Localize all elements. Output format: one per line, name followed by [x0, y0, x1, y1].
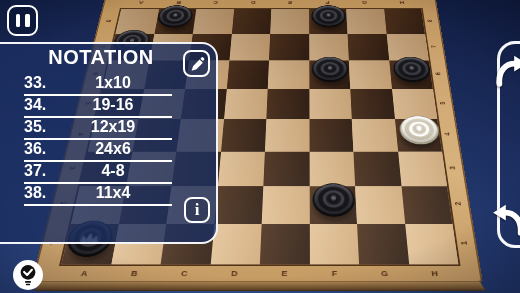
square-e3[interactable]: [263, 151, 309, 186]
square-e2[interactable]: [262, 186, 310, 224]
square-f1[interactable]: [309, 224, 359, 265]
move-row: 33.1x10: [24, 74, 172, 96]
file-label-top-e: E: [284, 0, 296, 5]
move-text: 1x10: [60, 74, 172, 92]
move-row: 37.4-8: [24, 162, 172, 184]
square-d6[interactable]: [226, 60, 269, 88]
file-label-bottom-d: D: [226, 269, 242, 278]
move-number: 37.: [24, 162, 60, 180]
lightbulb-icon: [15, 262, 41, 288]
edit-notation-button[interactable]: [183, 50, 210, 77]
square-d8[interactable]: [231, 9, 271, 34]
file-label-bottom-f: F: [326, 269, 342, 278]
square-b8[interactable]: [154, 9, 196, 34]
square-f8[interactable]: [309, 9, 348, 34]
move-text: 11x4: [60, 184, 172, 202]
notation-panel: NOTATION 33.1x1034.19-1635.12x1936.24x63…: [0, 42, 218, 244]
rank-label-right-8: 8: [426, 18, 434, 24]
square-f6[interactable]: [309, 60, 350, 88]
undo-arrow-icon[interactable]: [491, 202, 520, 236]
square-d4[interactable]: [221, 119, 267, 151]
square-g1[interactable]: [357, 224, 409, 265]
square-g6[interactable]: [349, 60, 392, 88]
move-list: 33.1x1034.19-1635.12x1936.24x637.4-838.1…: [0, 74, 216, 206]
file-label-bottom-c: C: [176, 269, 193, 278]
redo-arrow-icon[interactable]: [493, 53, 520, 87]
board-front-edge: [34, 282, 486, 291]
file-label-top-g: G: [359, 0, 371, 5]
square-e5[interactable]: [266, 89, 309, 119]
move-number: 34.: [24, 96, 60, 114]
move-number: 33.: [24, 74, 60, 92]
square-e7[interactable]: [269, 34, 309, 60]
rank-label-left-8: 8: [104, 18, 113, 24]
square-h3[interactable]: [398, 151, 447, 186]
move-row: 38.11x4: [24, 184, 172, 206]
square-h5[interactable]: [392, 89, 438, 119]
square-g3[interactable]: [353, 151, 401, 186]
square-d5[interactable]: [224, 89, 268, 119]
hint-button[interactable]: [13, 260, 43, 290]
square-h6[interactable]: [389, 60, 433, 88]
square-c8[interactable]: [193, 9, 234, 34]
move-text: 24x6: [60, 140, 172, 158]
move-text: 19-16: [60, 96, 172, 114]
file-label-top-b: B: [172, 0, 185, 5]
piece-black-man-f8[interactable]: [312, 5, 347, 27]
rank-label-right-7: 7: [429, 43, 438, 49]
square-f5[interactable]: [309, 89, 352, 119]
rank-label-right-2: 2: [453, 199, 464, 208]
file-label-top-c: C: [210, 0, 222, 5]
move-text: 12x19: [60, 118, 172, 136]
file-label-top-d: D: [247, 0, 259, 5]
rank-label-right-4: 4: [442, 130, 452, 138]
square-f2[interactable]: [309, 186, 357, 224]
file-label-top-h: H: [396, 0, 408, 5]
square-g8[interactable]: [346, 9, 386, 34]
rank-label-right-6: 6: [433, 70, 442, 77]
square-d3[interactable]: [217, 151, 264, 186]
square-d1[interactable]: [210, 224, 261, 265]
move-number: 36.: [24, 140, 60, 158]
file-label-bottom-a: A: [75, 269, 93, 278]
square-e4[interactable]: [265, 119, 309, 151]
move-number: 38.: [24, 184, 60, 202]
history-panel: [497, 41, 520, 248]
square-g2[interactable]: [355, 186, 405, 224]
square-g5[interactable]: [350, 89, 394, 119]
file-label-bottom-b: B: [126, 269, 143, 278]
move-row: 36.24x6: [24, 140, 172, 162]
rank-label-right-5: 5: [438, 99, 447, 106]
square-f4[interactable]: [309, 119, 353, 151]
pause-icon: [16, 14, 21, 27]
piece-black-man-f6[interactable]: [312, 57, 349, 82]
move-row: 34.19-16: [24, 96, 172, 118]
pause-button[interactable]: [7, 5, 38, 36]
square-e1[interactable]: [260, 224, 310, 265]
file-label-bottom-h: H: [426, 269, 443, 278]
move-text: 4-8: [60, 162, 172, 180]
square-e8[interactable]: [270, 9, 309, 34]
square-g7[interactable]: [348, 34, 389, 60]
square-g4[interactable]: [352, 119, 398, 151]
info-button[interactable]: i: [184, 197, 210, 223]
file-label-bottom-g: G: [376, 269, 392, 278]
file-label-top-f: F: [321, 0, 333, 5]
pencil-icon: [188, 55, 205, 72]
square-h4[interactable]: [395, 119, 442, 151]
info-icon: i: [195, 200, 200, 220]
file-label-top-a: A: [135, 0, 148, 5]
square-h8[interactable]: [384, 9, 425, 34]
square-e6[interactable]: [268, 60, 309, 88]
square-f3[interactable]: [309, 151, 355, 186]
file-label-bottom-e: E: [276, 269, 292, 278]
rank-label-right-1: 1: [458, 238, 469, 248]
rank-label-right-3: 3: [447, 164, 457, 172]
move-row: 35.12x19: [24, 118, 172, 140]
square-h1[interactable]: [405, 224, 459, 265]
square-h2[interactable]: [401, 186, 452, 224]
move-number: 35.: [24, 118, 60, 136]
square-d2[interactable]: [214, 186, 263, 224]
square-d7[interactable]: [229, 34, 270, 60]
